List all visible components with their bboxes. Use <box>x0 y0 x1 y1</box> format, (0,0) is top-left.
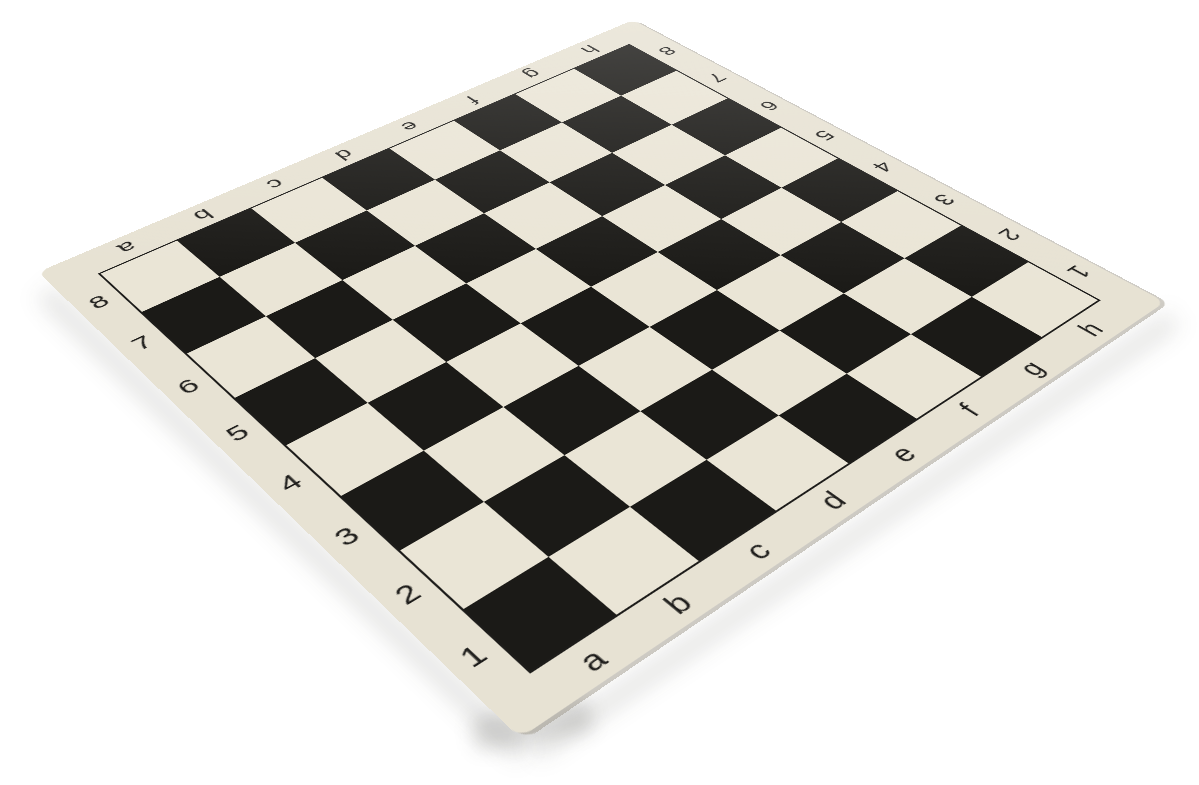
rank-label-right-3-text: 3 <box>928 191 960 208</box>
rank-label-left-3-text: 3 <box>328 522 364 550</box>
rank-label-left-6-text: 6 <box>172 375 204 398</box>
rank-label-left-5-text: 5 <box>220 421 253 445</box>
rank-label-left-2-text: 2 <box>388 579 426 609</box>
product-photo-canvas: abcdefgh8877665544332211abcdefgh <box>0 0 1199 785</box>
file-label-top-e-text: e <box>396 119 423 134</box>
chess-board: abcdefgh8877665544332211abcdefgh <box>38 20 1165 738</box>
file-label-top-c-text: c <box>262 176 288 192</box>
rank-label-right-4-text: 4 <box>867 158 898 174</box>
file-label-bottom-b-text: b <box>658 588 698 619</box>
file-label-bottom-h-text: h <box>1073 319 1109 340</box>
rank-label-left-7-text: 7 <box>126 332 157 353</box>
rank-label-right-5-text: 5 <box>809 128 838 144</box>
file-label-bottom-d-text: d <box>813 487 852 514</box>
file-label-top-d-text: d <box>331 147 358 163</box>
rank-label-right-7-text: 7 <box>703 71 730 85</box>
file-label-bottom-c-text: c <box>739 537 777 565</box>
rank-label-left-4-text: 4 <box>272 470 307 496</box>
board-grid: abcdefgh8877665544332211abcdefgh <box>38 20 1165 738</box>
file-label-top-a-text: a <box>113 238 141 257</box>
file-label-bottom-f-text: f <box>954 400 985 420</box>
file-label-bottom-a-text: a <box>572 644 613 677</box>
rank-label-right-6-text: 6 <box>755 98 783 113</box>
rank-label-right-2-text: 2 <box>993 226 1026 244</box>
rank-label-left-1-text: 1 <box>453 639 493 672</box>
rank-label-right-8-text: 8 <box>653 44 680 57</box>
file-label-top-b-text: b <box>189 206 217 224</box>
rank-label-left-8-text: 8 <box>84 292 114 312</box>
file-label-bottom-g-text: g <box>1013 357 1050 380</box>
file-label-top-h-text: h <box>577 43 603 56</box>
file-label-bottom-e-text: e <box>884 441 922 466</box>
file-label-top-g-text: g <box>519 67 545 81</box>
rank-label-right-1-text: 1 <box>1061 262 1095 281</box>
file-label-top-f-text: f <box>462 94 483 106</box>
